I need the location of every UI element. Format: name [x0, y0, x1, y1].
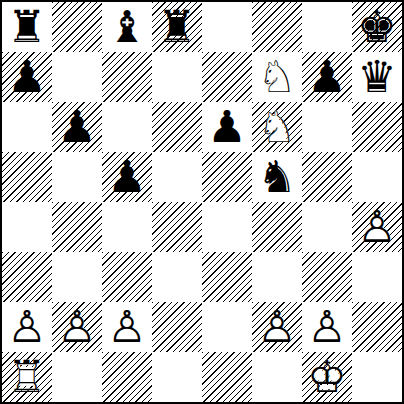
square-e1[interactable]	[202, 352, 252, 402]
square-f4[interactable]	[252, 202, 302, 252]
white-pawn-icon: ♟♙	[252, 302, 302, 352]
white-rook-icon: ♜♖	[2, 352, 52, 402]
black-rook-icon: ♜	[152, 2, 202, 52]
square-f5[interactable]: ♞	[252, 152, 302, 202]
square-f6[interactable]: ♞♘	[252, 102, 302, 152]
white-pawn-icon: ♟♙	[302, 302, 352, 352]
square-c7[interactable]	[102, 52, 152, 102]
square-d6[interactable]	[152, 102, 202, 152]
square-f8[interactable]	[252, 2, 302, 52]
black-knight-icon: ♞	[252, 152, 302, 202]
black-pawn-icon: ♟	[2, 52, 52, 102]
square-d8[interactable]: ♜	[152, 2, 202, 52]
square-a1[interactable]: ♜♖	[2, 352, 52, 402]
square-c8[interactable]: ♝	[102, 2, 152, 52]
chess-board: ♜♝♜♚♟♞♘♟♛♟♟♞♘♟♞♟♙♟♙♟♙♟♙♟♙♟♙♜♖♚♔	[2, 2, 402, 402]
square-h4[interactable]: ♟♙	[352, 202, 402, 252]
white-pawn-icon: ♟♙	[2, 302, 52, 352]
square-a8[interactable]: ♜	[2, 2, 52, 52]
square-a4[interactable]	[2, 202, 52, 252]
white-pawn-icon: ♟♙	[52, 302, 102, 352]
square-d1[interactable]	[152, 352, 202, 402]
white-knight-icon: ♞♘	[252, 102, 302, 152]
black-rook-icon: ♜	[2, 2, 52, 52]
square-d2[interactable]	[152, 302, 202, 352]
square-b5[interactable]	[52, 152, 102, 202]
square-b6[interactable]: ♟	[52, 102, 102, 152]
square-h3[interactable]	[352, 252, 402, 302]
square-b7[interactable]	[52, 52, 102, 102]
square-b4[interactable]	[52, 202, 102, 252]
square-e7[interactable]	[202, 52, 252, 102]
square-g6[interactable]	[302, 102, 352, 152]
square-b2[interactable]: ♟♙	[52, 302, 102, 352]
square-e3[interactable]	[202, 252, 252, 302]
square-f2[interactable]: ♟♙	[252, 302, 302, 352]
square-h8[interactable]: ♚	[352, 2, 402, 52]
square-a6[interactable]	[2, 102, 52, 152]
square-g1[interactable]: ♚♔	[302, 352, 352, 402]
black-pawn-icon: ♟	[102, 152, 152, 202]
black-pawn-icon: ♟	[52, 102, 102, 152]
square-d7[interactable]	[152, 52, 202, 102]
square-g5[interactable]	[302, 152, 352, 202]
white-pawn-icon: ♟♙	[102, 302, 152, 352]
black-king-icon: ♚	[352, 2, 402, 52]
square-g8[interactable]	[302, 2, 352, 52]
square-c6[interactable]	[102, 102, 152, 152]
square-h6[interactable]	[352, 102, 402, 152]
square-b1[interactable]	[52, 352, 102, 402]
square-e8[interactable]	[202, 2, 252, 52]
square-f1[interactable]	[252, 352, 302, 402]
black-pawn-icon: ♟	[302, 52, 352, 102]
black-queen-icon: ♛	[352, 52, 402, 102]
square-e4[interactable]	[202, 202, 252, 252]
white-knight-icon: ♞♘	[252, 52, 302, 102]
square-f7[interactable]: ♞♘	[252, 52, 302, 102]
square-d3[interactable]	[152, 252, 202, 302]
square-a7[interactable]: ♟	[2, 52, 52, 102]
square-g4[interactable]	[302, 202, 352, 252]
square-c4[interactable]	[102, 202, 152, 252]
square-b8[interactable]	[52, 2, 102, 52]
square-a3[interactable]	[2, 252, 52, 302]
square-h1[interactable]	[352, 352, 402, 402]
white-king-icon: ♚♔	[302, 352, 352, 402]
square-d4[interactable]	[152, 202, 202, 252]
square-e2[interactable]	[202, 302, 252, 352]
square-h7[interactable]: ♛	[352, 52, 402, 102]
square-h5[interactable]	[352, 152, 402, 202]
square-g2[interactable]: ♟♙	[302, 302, 352, 352]
square-f3[interactable]	[252, 252, 302, 302]
square-g7[interactable]: ♟	[302, 52, 352, 102]
square-b3[interactable]	[52, 252, 102, 302]
square-a2[interactable]: ♟♙	[2, 302, 52, 352]
black-bishop-icon: ♝	[102, 2, 152, 52]
chess-board-frame: ♜♝♜♚♟♞♘♟♛♟♟♞♘♟♞♟♙♟♙♟♙♟♙♟♙♟♙♜♖♚♔	[0, 0, 404, 404]
black-pawn-icon: ♟	[202, 102, 252, 152]
square-c3[interactable]	[102, 252, 152, 302]
square-d5[interactable]	[152, 152, 202, 202]
square-c2[interactable]: ♟♙	[102, 302, 152, 352]
square-g3[interactable]	[302, 252, 352, 302]
square-e6[interactable]: ♟	[202, 102, 252, 152]
square-e5[interactable]	[202, 152, 252, 202]
white-pawn-icon: ♟♙	[352, 202, 402, 252]
square-c1[interactable]	[102, 352, 152, 402]
square-c5[interactable]: ♟	[102, 152, 152, 202]
square-a5[interactable]	[2, 152, 52, 202]
square-h2[interactable]	[352, 302, 402, 352]
